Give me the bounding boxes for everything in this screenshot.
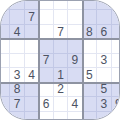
cell-r3c8[interactable]: 6: [97, 25, 111, 39]
cell-r8c6[interactable]: 4: [68, 97, 82, 111]
cell-r5c8[interactable]: 3: [97, 54, 111, 68]
cell-r3c4[interactable]: [39, 25, 53, 39]
cell-r2c8[interactable]: [97, 10, 111, 24]
block-divider-horizontal-2: [0, 82, 120, 84]
cell-r9c2[interactable]: [10, 112, 24, 120]
cell-r6c7[interactable]: 5: [83, 68, 97, 82]
cell-r1c5[interactable]: [54, 0, 68, 10]
cell-r9c5[interactable]: [54, 112, 68, 120]
cell-r7c8[interactable]: 5: [97, 83, 111, 97]
cell-r4c1[interactable]: [0, 39, 10, 53]
cell-r9c8[interactable]: [97, 112, 111, 120]
cell-r6c4[interactable]: [39, 68, 53, 82]
cell-r6c9[interactable]: [112, 68, 120, 82]
cell-r8c3[interactable]: [25, 97, 39, 111]
cell-r7c9[interactable]: [112, 83, 120, 97]
cell-r5c5[interactable]: [54, 54, 68, 68]
cell-r6c1[interactable]: [0, 68, 10, 82]
cell-r9c3[interactable]: [25, 112, 39, 120]
cell-r9c1[interactable]: [0, 112, 10, 120]
cell-r1c7[interactable]: [83, 0, 97, 10]
cell-r5c6[interactable]: 9: [68, 54, 82, 68]
cell-r4c3[interactable]: [25, 39, 39, 53]
cell-r2c7[interactable]: [83, 10, 97, 24]
cell-r4c5[interactable]: [54, 39, 68, 53]
cell-r1c8[interactable]: [97, 0, 111, 10]
cell-r8c2[interactable]: 7: [10, 97, 24, 111]
cell-r1c6[interactable]: [68, 0, 82, 10]
cell-r5c2[interactable]: [10, 54, 24, 68]
cell-r7c5[interactable]: 2: [54, 83, 68, 97]
block-divider-vertical-2: [82, 0, 84, 120]
cell-r2c1[interactable]: [0, 10, 10, 24]
cell-r2c4[interactable]: [39, 10, 53, 24]
cell-r6c8[interactable]: [97, 68, 111, 82]
cell-r5c9[interactable]: [112, 54, 120, 68]
cell-r4c9[interactable]: [112, 39, 120, 53]
cell-r7c3[interactable]: [25, 83, 39, 97]
cell-r4c7[interactable]: [83, 39, 97, 53]
cell-r4c8[interactable]: [97, 39, 111, 53]
cell-r1c4[interactable]: [39, 0, 53, 10]
cell-r7c2[interactable]: 8: [10, 83, 24, 97]
cell-r3c6[interactable]: [68, 25, 82, 39]
cell-r6c6[interactable]: [68, 68, 82, 82]
cell-r2c3[interactable]: 7: [25, 10, 39, 24]
cell-r9c9[interactable]: [112, 112, 120, 120]
cell-r2c9[interactable]: [112, 10, 120, 24]
cell-r7c1[interactable]: [0, 83, 10, 97]
cell-r2c5[interactable]: [54, 10, 68, 24]
cell-r7c6[interactable]: [68, 83, 82, 97]
cell-r4c2[interactable]: [10, 39, 24, 53]
cell-r7c7[interactable]: [83, 83, 97, 97]
cell-r4c6[interactable]: [68, 39, 82, 53]
cell-r8c8[interactable]: 3: [97, 97, 111, 111]
sudoku-app-icon[interactable]: 74786793341582576439: [0, 0, 120, 120]
cell-r9c6[interactable]: [68, 112, 82, 120]
cell-r6c3[interactable]: 4: [25, 68, 39, 82]
cell-r8c5[interactable]: [54, 97, 68, 111]
cell-r3c2[interactable]: 4: [10, 25, 24, 39]
cell-r6c2[interactable]: 3: [10, 68, 24, 82]
cell-r2c6[interactable]: [68, 10, 82, 24]
cell-r8c1[interactable]: [0, 97, 10, 111]
cell-r5c4[interactable]: 7: [39, 54, 53, 68]
cell-r1c9[interactable]: [112, 0, 120, 10]
cell-r9c7[interactable]: [83, 112, 97, 120]
cell-r3c1[interactable]: [0, 25, 10, 39]
cell-r1c1[interactable]: [0, 0, 10, 10]
cell-r7c4[interactable]: [39, 83, 53, 97]
cell-r1c2[interactable]: [10, 0, 24, 10]
block-divider-horizontal-1: [0, 38, 120, 40]
cell-r3c9[interactable]: [112, 25, 120, 39]
cell-r3c5[interactable]: 7: [54, 25, 68, 39]
cell-r3c3[interactable]: [25, 25, 39, 39]
cell-r6c5[interactable]: 1: [54, 68, 68, 82]
cell-r3c7[interactable]: 8: [83, 25, 97, 39]
cell-r5c1[interactable]: [0, 54, 10, 68]
cell-r9c4[interactable]: [39, 112, 53, 120]
block-divider-vertical-1: [38, 0, 40, 120]
cell-r5c7[interactable]: [83, 54, 97, 68]
cell-r4c4[interactable]: [39, 39, 53, 53]
cell-r2c2[interactable]: [10, 10, 24, 24]
cell-r5c3[interactable]: [25, 54, 39, 68]
cell-r1c3[interactable]: [25, 0, 39, 10]
sudoku-board: 74786793341582576439: [0, 0, 120, 120]
cell-r8c7[interactable]: [83, 97, 97, 111]
cell-r8c9[interactable]: 9: [112, 97, 120, 111]
cell-r8c4[interactable]: 6: [39, 97, 53, 111]
